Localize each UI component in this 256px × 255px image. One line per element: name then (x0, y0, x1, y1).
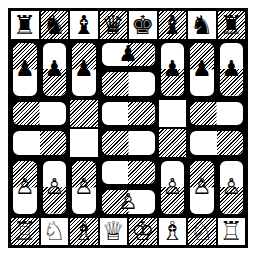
square-f5[interactable] (158, 99, 188, 129)
black-pawn-piece[interactable]: ♟ (192, 58, 212, 80)
chess-board: ♜♞♝♛♚♝♞♜♟♟♟♟♟♟♟♙♙♙♙♙♙♙♖♘♗♕♔♗♘♖ (8, 8, 248, 248)
white-rook-piece[interactable]: ♖ (220, 218, 243, 244)
square-c8[interactable]: ♝ (69, 10, 99, 40)
square-f4[interactable] (158, 128, 188, 158)
square-a8[interactable]: ♜ (10, 10, 40, 40)
square-e8[interactable]: ♚ (128, 10, 158, 40)
square-c5[interactable] (69, 99, 99, 129)
square-h8[interactable]: ♜ (217, 10, 247, 40)
white-bishop-piece[interactable]: ♗ (161, 218, 184, 244)
domino-a5-b5[interactable] (10, 99, 69, 129)
domino-d2-e2[interactable]: ♙ (99, 187, 158, 217)
square-f8[interactable]: ♝ (158, 10, 188, 40)
black-bishop-piece[interactable]: ♝ (72, 12, 95, 38)
white-pawn-piece[interactable]: ♙ (74, 176, 94, 198)
white-pawn-piece[interactable]: ♙ (118, 191, 138, 213)
square-b1[interactable]: ♘ (40, 217, 70, 247)
domino-g3-g2[interactable]: ♙ (187, 158, 217, 217)
black-pawn-piece[interactable]: ♟ (44, 58, 64, 80)
domino-c7-c6[interactable]: ♟ (69, 40, 99, 99)
black-bishop-piece[interactable]: ♝ (161, 12, 184, 38)
white-pawn-piece[interactable]: ♙ (221, 176, 241, 198)
domino-g4-h4[interactable] (187, 128, 246, 158)
square-g8[interactable]: ♞ (187, 10, 217, 40)
domino-f7-f6[interactable]: ♟ (158, 40, 188, 99)
black-pawn-piece[interactable]: ♟ (221, 58, 241, 80)
white-rook-piece[interactable]: ♖ (13, 218, 36, 244)
domino-a7-a6[interactable]: ♟ (10, 40, 40, 99)
black-king-piece[interactable]: ♚ (131, 12, 154, 38)
square-d8[interactable]: ♛ (99, 10, 129, 40)
white-pawn-piece[interactable]: ♙ (15, 176, 35, 198)
white-queen-piece[interactable]: ♕ (102, 218, 125, 244)
domino-d6-e6[interactable] (99, 69, 158, 99)
black-rook-piece[interactable]: ♜ (220, 12, 243, 38)
square-e1[interactable]: ♔ (128, 217, 158, 247)
square-f1[interactable]: ♗ (158, 217, 188, 247)
window: ♜♞♝♛♚♝♞♜♟♟♟♟♟♟♟♙♙♙♙♙♙♙♖♘♗♕♔♗♘♖ (0, 0, 256, 255)
domino-c3-c2[interactable]: ♙ (69, 158, 99, 217)
white-knight-piece[interactable]: ♘ (190, 218, 213, 244)
white-pawn-piece[interactable]: ♙ (162, 176, 182, 198)
domino-f3-f2[interactable]: ♙ (158, 158, 188, 217)
square-h1[interactable]: ♖ (217, 217, 247, 247)
black-pawn-piece[interactable]: ♟ (15, 58, 35, 80)
white-knight-piece[interactable]: ♘ (43, 218, 66, 244)
domino-g7-g6[interactable]: ♟ (187, 40, 217, 99)
black-knight-piece[interactable]: ♞ (190, 12, 213, 38)
black-pawn-piece[interactable]: ♟ (118, 43, 138, 65)
domino-d4-e4[interactable] (99, 128, 158, 158)
domino-a3-a2[interactable]: ♙ (10, 158, 40, 217)
black-pawn-piece[interactable]: ♟ (162, 58, 182, 80)
white-bishop-piece[interactable]: ♗ (72, 218, 95, 244)
domino-b7-b6[interactable]: ♟ (40, 40, 70, 99)
black-queen-piece[interactable]: ♛ (102, 12, 125, 38)
domino-d3-e3[interactable] (99, 158, 158, 188)
domino-a4-b4[interactable] (10, 128, 69, 158)
black-rook-piece[interactable]: ♜ (13, 12, 36, 38)
white-pawn-piece[interactable]: ♙ (44, 176, 64, 198)
domino-g5-h5[interactable] (187, 99, 246, 129)
white-king-piece[interactable]: ♔ (131, 218, 154, 244)
square-a1[interactable]: ♖ (10, 217, 40, 247)
domino-h7-h6[interactable]: ♟ (217, 40, 247, 99)
black-pawn-piece[interactable]: ♟ (74, 58, 94, 80)
domino-h3-h2[interactable]: ♙ (217, 158, 247, 217)
domino-d7-e7[interactable]: ♟ (99, 40, 158, 70)
square-c1[interactable]: ♗ (69, 217, 99, 247)
square-c4[interactable] (69, 128, 99, 158)
domino-b3-b2[interactable]: ♙ (40, 158, 70, 217)
square-d1[interactable]: ♕ (99, 217, 129, 247)
black-knight-piece[interactable]: ♞ (43, 12, 66, 38)
square-b8[interactable]: ♞ (40, 10, 70, 40)
domino-d5-e5[interactable] (99, 99, 158, 129)
square-g1[interactable]: ♘ (187, 217, 217, 247)
white-pawn-piece[interactable]: ♙ (192, 176, 212, 198)
